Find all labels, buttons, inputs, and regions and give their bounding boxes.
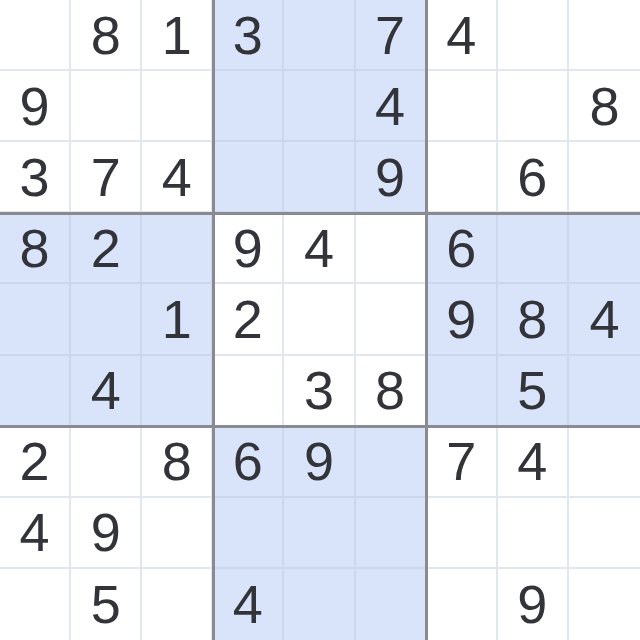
- cell-r7c4[interactable]: 6: [213, 427, 284, 498]
- cell-r9c1[interactable]: [0, 569, 71, 640]
- cell-r2c5[interactable]: [284, 71, 355, 142]
- cell-r7c8[interactable]: 4: [498, 427, 569, 498]
- cell-r6c5[interactable]: 3: [284, 356, 355, 427]
- digit: 9: [20, 79, 50, 133]
- cell-r2c6[interactable]: 4: [356, 71, 427, 142]
- cell-r8c1[interactable]: 4: [0, 498, 71, 569]
- cell-r8c2[interactable]: 9: [71, 498, 142, 569]
- cell-r2c1[interactable]: 9: [0, 71, 71, 142]
- cell-r5c1[interactable]: [0, 284, 71, 355]
- digit: 9: [375, 150, 405, 204]
- cell-r6c3[interactable]: [142, 356, 213, 427]
- cell-r1c1[interactable]: [0, 0, 71, 71]
- cell-r6c8[interactable]: 5: [498, 356, 569, 427]
- digit: 1: [162, 8, 192, 62]
- digit: 8: [375, 363, 405, 417]
- digit: 9: [517, 577, 547, 631]
- cell-r7c1[interactable]: 2: [0, 427, 71, 498]
- digit: 3: [304, 363, 334, 417]
- digit: 4: [375, 79, 405, 133]
- digit: 4: [20, 505, 50, 559]
- cell-r3c1[interactable]: 3: [0, 142, 71, 213]
- sudoku-board: 81374948374968294612984438528697449549: [0, 0, 640, 640]
- cell-r1c2[interactable]: 8: [71, 0, 142, 71]
- cell-r1c4[interactable]: 3: [213, 0, 284, 71]
- cell-r1c8[interactable]: [498, 0, 569, 71]
- digit: 6: [517, 150, 547, 204]
- digit: 8: [162, 434, 192, 488]
- digit: 5: [91, 577, 121, 631]
- cell-r8c4[interactable]: [213, 498, 284, 569]
- cell-r7c3[interactable]: 8: [142, 427, 213, 498]
- digit: 7: [446, 434, 476, 488]
- digit: 8: [517, 292, 547, 346]
- digit: 2: [233, 292, 263, 346]
- cell-r4c7[interactable]: 6: [427, 213, 498, 284]
- cell-r3c7[interactable]: [427, 142, 498, 213]
- digit: 6: [233, 434, 263, 488]
- cell-r3c6[interactable]: 9: [356, 142, 427, 213]
- cell-r7c2[interactable]: [71, 427, 142, 498]
- cell-r8c3[interactable]: [142, 498, 213, 569]
- digit: 9: [91, 505, 121, 559]
- cell-r6c1[interactable]: [0, 356, 71, 427]
- digit: 3: [233, 8, 263, 62]
- digit: 4: [233, 577, 263, 631]
- cell-r6c6[interactable]: 8: [356, 356, 427, 427]
- cell-r5c7[interactable]: 9: [427, 284, 498, 355]
- cell-r2c2[interactable]: [71, 71, 142, 142]
- cell-r9c8[interactable]: 9: [498, 569, 569, 640]
- cell-r6c2[interactable]: 4: [71, 356, 142, 427]
- digit: 7: [375, 8, 405, 62]
- digit: 9: [446, 292, 476, 346]
- cell-r1c5[interactable]: [284, 0, 355, 71]
- digit: 1: [162, 292, 192, 346]
- cell-r2c9[interactable]: 8: [569, 71, 640, 142]
- cell-r1c9[interactable]: [569, 0, 640, 71]
- cell-r4c9[interactable]: [569, 213, 640, 284]
- cell-r4c8[interactable]: [498, 213, 569, 284]
- cell-r9c2[interactable]: 5: [71, 569, 142, 640]
- digit: 4: [162, 150, 192, 204]
- cell-r9c3[interactable]: [142, 569, 213, 640]
- digit: 4: [589, 292, 619, 346]
- cell-r9c9[interactable]: [569, 569, 640, 640]
- cell-r5c6[interactable]: [356, 284, 427, 355]
- digit: 6: [446, 221, 476, 275]
- cell-r8c6[interactable]: [356, 498, 427, 569]
- cell-r4c3[interactable]: [142, 213, 213, 284]
- cell-r2c8[interactable]: [498, 71, 569, 142]
- cell-r2c7[interactable]: [427, 71, 498, 142]
- digit: 7: [91, 150, 121, 204]
- digit: 5: [517, 363, 547, 417]
- cell-r3c2[interactable]: 7: [71, 142, 142, 213]
- cell-r1c6[interactable]: 7: [356, 0, 427, 71]
- cell-r5c5[interactable]: [284, 284, 355, 355]
- cell-r1c3[interactable]: 1: [142, 0, 213, 71]
- cell-r8c9[interactable]: [569, 498, 640, 569]
- cell-r9c5[interactable]: [284, 569, 355, 640]
- cell-r5c9[interactable]: 4: [569, 284, 640, 355]
- digit: 9: [233, 221, 263, 275]
- digit: 8: [589, 79, 619, 133]
- cell-r1c7[interactable]: 4: [427, 0, 498, 71]
- cell-r6c4[interactable]: [213, 356, 284, 427]
- cell-r4c1[interactable]: 8: [0, 213, 71, 284]
- digit: 4: [517, 434, 547, 488]
- cell-r8c7[interactable]: [427, 498, 498, 569]
- cell-r5c3[interactable]: 1: [142, 284, 213, 355]
- digit: 9: [304, 434, 334, 488]
- cell-r9c4[interactable]: 4: [213, 569, 284, 640]
- cell-r4c5[interactable]: 4: [284, 213, 355, 284]
- cell-r4c6[interactable]: [356, 213, 427, 284]
- cell-r9c6[interactable]: [356, 569, 427, 640]
- cell-r3c8[interactable]: 6: [498, 142, 569, 213]
- digit: 4: [446, 8, 476, 62]
- cell-r7c9[interactable]: [569, 427, 640, 498]
- cell-r7c5[interactable]: 9: [284, 427, 355, 498]
- digit: 8: [20, 221, 50, 275]
- digit: 3: [20, 150, 50, 204]
- cell-r2c4[interactable]: [213, 71, 284, 142]
- cell-r4c4[interactable]: 9: [213, 213, 284, 284]
- digit: 2: [91, 221, 121, 275]
- cell-r3c4[interactable]: [213, 142, 284, 213]
- cell-r6c9[interactable]: [569, 356, 640, 427]
- cell-r2c3[interactable]: [142, 71, 213, 142]
- cell-r3c3[interactable]: 4: [142, 142, 213, 213]
- cell-r5c8[interactable]: 8: [498, 284, 569, 355]
- digit: 4: [304, 221, 334, 275]
- cell-r3c9[interactable]: [569, 142, 640, 213]
- digit: 8: [91, 8, 121, 62]
- cell-r5c4[interactable]: 2: [213, 284, 284, 355]
- digit: 4: [91, 363, 121, 417]
- cell-r7c7[interactable]: 7: [427, 427, 498, 498]
- cell-r7c6[interactable]: [356, 427, 427, 498]
- digit: 2: [20, 434, 50, 488]
- cell-r3c5[interactable]: [284, 142, 355, 213]
- cell-r8c8[interactable]: [498, 498, 569, 569]
- cell-r6c7[interactable]: [427, 356, 498, 427]
- cell-r8c5[interactable]: [284, 498, 355, 569]
- cell-r4c2[interactable]: 2: [71, 213, 142, 284]
- cell-r5c2[interactable]: [71, 284, 142, 355]
- cell-r9c7[interactable]: [427, 569, 498, 640]
